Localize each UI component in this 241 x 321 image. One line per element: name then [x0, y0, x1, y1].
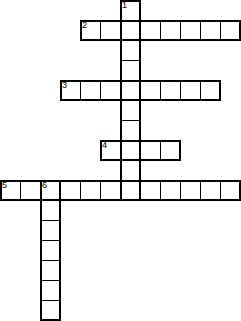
crossword-cell-r9c8[interactable] — [160, 180, 181, 201]
crossword-cell-r10c2[interactable] — [40, 200, 61, 221]
crossword-cell-r12c2[interactable] — [40, 240, 61, 261]
crossword-cell-r15c2[interactable] — [40, 300, 61, 321]
crossword-cell-r9c6[interactable] — [120, 180, 141, 201]
crossword-cell-r4c6[interactable] — [120, 80, 141, 101]
crossword-cell-r7c8[interactable] — [160, 140, 181, 161]
crossword-cell-r1c11[interactable] — [220, 20, 241, 41]
crossword-cell-r9c9[interactable] — [180, 180, 201, 201]
clue-number-3: 3 — [62, 81, 67, 90]
crossword-cell-r1c5[interactable] — [100, 20, 121, 41]
crossword-cell-r4c9[interactable] — [180, 80, 201, 101]
crossword-cell-r9c2[interactable]: 6 — [40, 180, 61, 201]
crossword-grid: 123456 — [0, 0, 241, 321]
clue-number-2: 2 — [82, 21, 87, 30]
crossword-cell-r4c3[interactable]: 3 — [60, 80, 81, 101]
crossword-cell-r9c4[interactable] — [80, 180, 101, 201]
crossword-cell-r9c11[interactable] — [220, 180, 241, 201]
crossword-cell-r4c4[interactable] — [80, 80, 101, 101]
crossword-cell-r1c7[interactable] — [140, 20, 161, 41]
crossword-cell-r7c6[interactable] — [120, 140, 141, 161]
clue-number-1: 1 — [122, 1, 127, 10]
crossword-cell-r9c1[interactable] — [20, 180, 41, 201]
crossword-cell-r4c8[interactable] — [160, 80, 181, 101]
crossword-cell-r14c2[interactable] — [40, 280, 61, 301]
crossword-cell-r9c0[interactable]: 5 — [0, 180, 21, 201]
crossword-cell-r4c7[interactable] — [140, 80, 161, 101]
crossword-cell-r1c4[interactable]: 2 — [80, 20, 101, 41]
crossword-cell-r2c6[interactable] — [120, 40, 141, 61]
crossword-cell-r4c10[interactable] — [200, 80, 221, 101]
crossword-cell-r5c6[interactable] — [120, 100, 141, 121]
crossword-cell-r6c6[interactable] — [120, 120, 141, 141]
clue-number-5: 5 — [2, 181, 7, 190]
crossword-cell-r4c5[interactable] — [100, 80, 121, 101]
crossword-cell-r7c7[interactable] — [140, 140, 161, 161]
crossword-cell-r9c3[interactable] — [60, 180, 81, 201]
crossword-cell-r1c6[interactable] — [120, 20, 141, 41]
crossword-cell-r13c2[interactable] — [40, 260, 61, 281]
crossword-cell-r1c8[interactable] — [160, 20, 181, 41]
crossword-cell-r8c6[interactable] — [120, 160, 141, 181]
crossword-cell-r7c5[interactable]: 4 — [100, 140, 121, 161]
crossword-cell-r1c9[interactable] — [180, 20, 201, 41]
crossword-cell-r0c6[interactable]: 1 — [120, 0, 141, 21]
crossword-cell-r9c5[interactable] — [100, 180, 121, 201]
crossword-cell-r9c7[interactable] — [140, 180, 161, 201]
crossword-cell-r9c10[interactable] — [200, 180, 221, 201]
crossword-cell-r11c2[interactable] — [40, 220, 61, 241]
clue-number-6: 6 — [42, 181, 47, 190]
clue-number-4: 4 — [102, 141, 107, 150]
crossword-cell-r1c10[interactable] — [200, 20, 221, 41]
crossword-cell-r3c6[interactable] — [120, 60, 141, 81]
